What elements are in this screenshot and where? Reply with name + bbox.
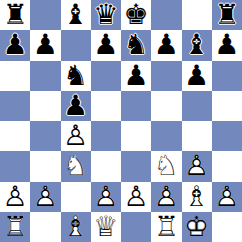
square-g7[interactable]: ♝	[182, 30, 212, 60]
square-g5[interactable]	[182, 91, 212, 121]
square-e2[interactable]: ♟♙	[121, 182, 151, 212]
square-g2[interactable]: ♝♗	[182, 182, 212, 212]
square-e6[interactable]: ♟	[121, 61, 151, 91]
square-b7[interactable]: ♟	[30, 30, 60, 60]
square-a8[interactable]: ♜	[0, 0, 30, 30]
square-f8[interactable]	[151, 0, 181, 30]
square-f5[interactable]	[151, 91, 181, 121]
black-queen-glyph: ♛	[91, 0, 121, 30]
square-h7[interactable]: ♟	[212, 30, 242, 60]
square-g6[interactable]: ♟	[182, 61, 212, 91]
black-pawn[interactable]: ♟	[30, 30, 60, 60]
white-pawn-outline: ♙	[61, 121, 91, 151]
white-pawn-outline: ♙	[121, 182, 151, 212]
black-pawn-glyph: ♟	[30, 30, 60, 60]
square-b2[interactable]: ♟♙	[30, 182, 60, 212]
square-f2[interactable]: ♟♙	[151, 182, 181, 212]
square-f7[interactable]: ♟	[151, 30, 181, 60]
white-rook-outline: ♖	[151, 212, 181, 242]
square-d5[interactable]	[91, 91, 121, 121]
square-g8[interactable]	[182, 0, 212, 30]
square-e1[interactable]	[121, 212, 151, 242]
white-pawn[interactable]: ♟♙	[91, 182, 121, 212]
black-pawn[interactable]: ♟	[91, 30, 121, 60]
black-pawn[interactable]: ♟	[0, 30, 30, 60]
chess-board: ♜♝♛♚♜♟♟♟♞♟♝♟♞♟♟♟♟♙♞♘♞♘♟♙♟♙♟♙♟♙♟♙♟♙♝♗♟♙♜♖…	[0, 0, 242, 242]
square-e3[interactable]	[121, 151, 151, 181]
black-king[interactable]: ♚	[121, 0, 151, 30]
square-h5[interactable]	[212, 91, 242, 121]
black-pawn[interactable]: ♟	[182, 61, 212, 91]
white-queen[interactable]: ♛♕	[91, 212, 121, 242]
white-pawn[interactable]: ♟♙	[151, 182, 181, 212]
black-pawn-glyph: ♟	[182, 61, 212, 91]
white-knight[interactable]: ♞♘	[61, 151, 91, 181]
white-bishop-outline: ♗	[182, 182, 212, 212]
square-b1[interactable]	[30, 212, 60, 242]
square-f1[interactable]: ♜♖	[151, 212, 181, 242]
square-c2[interactable]	[61, 182, 91, 212]
black-knight[interactable]: ♞	[61, 61, 91, 91]
square-g4[interactable]	[182, 121, 212, 151]
square-h4[interactable]	[212, 121, 242, 151]
white-rook[interactable]: ♜♖	[0, 212, 30, 242]
square-d4[interactable]	[91, 121, 121, 151]
square-f6[interactable]	[151, 61, 181, 91]
square-g3[interactable]: ♟♙	[182, 151, 212, 181]
square-c1[interactable]: ♝♗	[61, 212, 91, 242]
white-bishop[interactable]: ♝♗	[61, 212, 91, 242]
white-rook[interactable]: ♜♖	[151, 212, 181, 242]
black-rook-glyph: ♜	[0, 0, 30, 30]
black-rook[interactable]: ♜	[212, 0, 242, 30]
square-a4[interactable]	[0, 121, 30, 151]
white-queen-outline: ♕	[91, 212, 121, 242]
square-d2[interactable]: ♟♙	[91, 182, 121, 212]
black-knight-glyph: ♞	[61, 61, 91, 91]
white-bishop-outline: ♗	[61, 212, 91, 242]
black-pawn-glyph: ♟	[212, 30, 242, 60]
square-e8[interactable]: ♚	[121, 0, 151, 30]
black-bishop[interactable]: ♝	[182, 30, 212, 60]
square-h1[interactable]	[212, 212, 242, 242]
square-a6[interactable]	[0, 61, 30, 91]
square-h3[interactable]	[212, 151, 242, 181]
square-c3[interactable]: ♞♘	[61, 151, 91, 181]
black-pawn[interactable]: ♟	[212, 30, 242, 60]
black-king-glyph: ♚	[121, 0, 151, 30]
white-pawn-outline: ♙	[182, 151, 212, 181]
square-e7[interactable]: ♞	[121, 30, 151, 60]
square-c7[interactable]	[61, 30, 91, 60]
black-rook-glyph: ♜	[212, 0, 242, 30]
black-pawn-glyph: ♟	[0, 30, 30, 60]
square-e5[interactable]	[121, 91, 151, 121]
black-pawn-glyph: ♟	[121, 61, 151, 91]
square-b3[interactable]	[30, 151, 60, 181]
white-rook-outline: ♖	[0, 212, 30, 242]
square-d8[interactable]: ♛	[91, 0, 121, 30]
square-h2[interactable]: ♟♙	[212, 182, 242, 212]
white-pawn-outline: ♙	[0, 182, 30, 212]
white-knight[interactable]: ♞♘	[151, 151, 181, 181]
white-king-outline: ♔	[182, 212, 212, 242]
square-g1[interactable]: ♚♔	[182, 212, 212, 242]
black-pawn[interactable]: ♟	[121, 61, 151, 91]
square-c4[interactable]: ♟♙	[61, 121, 91, 151]
square-a1[interactable]: ♜♖	[0, 212, 30, 242]
square-c5[interactable]: ♟	[61, 91, 91, 121]
square-b8[interactable]	[30, 0, 60, 30]
square-a3[interactable]	[0, 151, 30, 181]
square-c8[interactable]: ♝	[61, 0, 91, 30]
square-h6[interactable]	[212, 61, 242, 91]
square-a2[interactable]: ♟♙	[0, 182, 30, 212]
black-pawn-glyph: ♟	[91, 30, 121, 60]
square-c6[interactable]: ♞	[61, 61, 91, 91]
square-d1[interactable]: ♛♕	[91, 212, 121, 242]
black-pawn[interactable]: ♟	[61, 91, 91, 121]
white-knight-outline: ♘	[61, 151, 91, 181]
black-bishop-glyph: ♝	[182, 30, 212, 60]
square-f4[interactable]	[151, 121, 181, 151]
square-d6[interactable]	[91, 61, 121, 91]
square-f3[interactable]: ♞♘	[151, 151, 181, 181]
white-pawn[interactable]: ♟♙	[61, 121, 91, 151]
white-knight-outline: ♘	[151, 151, 181, 181]
square-h8[interactable]: ♜	[212, 0, 242, 30]
square-d7[interactable]: ♟	[91, 30, 121, 60]
square-e4[interactable]	[121, 121, 151, 151]
black-rook[interactable]: ♜	[0, 0, 30, 30]
black-queen[interactable]: ♛	[91, 0, 121, 30]
square-a5[interactable]	[0, 91, 30, 121]
black-bishop-glyph: ♝	[61, 0, 91, 30]
square-b6[interactable]	[30, 61, 60, 91]
white-pawn-outline: ♙	[151, 182, 181, 212]
black-knight[interactable]: ♞	[121, 30, 151, 60]
black-knight-glyph: ♞	[121, 30, 151, 60]
black-pawn-glyph: ♟	[151, 30, 181, 60]
square-d3[interactable]	[91, 151, 121, 181]
white-pawn[interactable]: ♟♙	[182, 151, 212, 181]
white-pawn[interactable]: ♟♙	[30, 182, 60, 212]
white-pawn-outline: ♙	[212, 182, 242, 212]
square-b4[interactable]	[30, 121, 60, 151]
white-pawn-outline: ♙	[91, 182, 121, 212]
black-pawn[interactable]: ♟	[151, 30, 181, 60]
white-pawn[interactable]: ♟♙	[212, 182, 242, 212]
square-b5[interactable]	[30, 91, 60, 121]
black-pawn-glyph: ♟	[61, 91, 91, 121]
white-pawn[interactable]: ♟♙	[121, 182, 151, 212]
square-a7[interactable]: ♟	[0, 30, 30, 60]
white-pawn-outline: ♙	[30, 182, 60, 212]
white-bishop[interactable]: ♝♗	[182, 182, 212, 212]
black-bishop[interactable]: ♝	[61, 0, 91, 30]
white-king[interactable]: ♚♔	[182, 212, 212, 242]
white-pawn[interactable]: ♟♙	[0, 182, 30, 212]
